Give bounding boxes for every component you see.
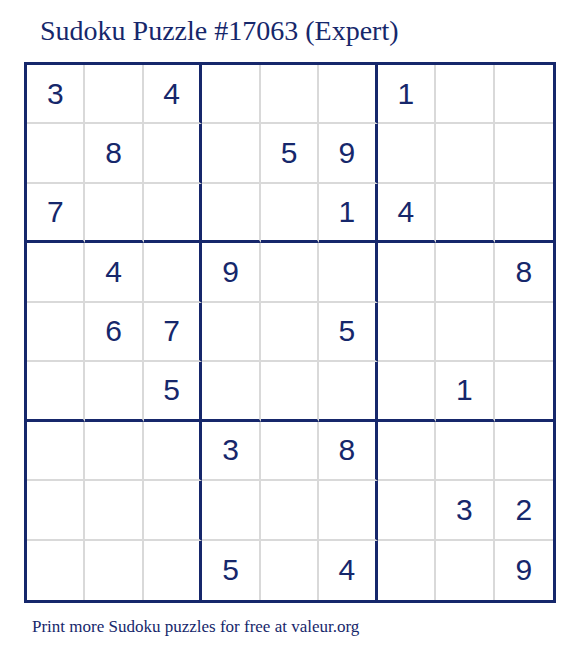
cell-r1c1: 3 [27, 65, 85, 124]
cell-r8c1 [27, 481, 85, 540]
cell-r1c8 [436, 65, 494, 124]
cell-r9c3 [144, 541, 202, 600]
cell-r4c5 [261, 243, 319, 302]
cell-r4c2: 4 [85, 243, 143, 302]
footer-text: Print more Sudoku puzzles for free at va… [32, 617, 359, 637]
cell-r9c8 [436, 541, 494, 600]
cell-r4c3 [144, 243, 202, 302]
cell-r9c2 [85, 541, 143, 600]
cell-r7c2 [85, 422, 143, 481]
page-title: Sudoku Puzzle #17063 (Expert) [40, 14, 399, 48]
cell-r8c8: 3 [436, 481, 494, 540]
cell-r6c1 [27, 362, 85, 421]
cell-r7c1 [27, 422, 85, 481]
cell-r5c5 [261, 303, 319, 362]
cell-r5c7 [378, 303, 436, 362]
cell-r9c6: 4 [319, 541, 377, 600]
cell-r7c4: 3 [202, 422, 260, 481]
cell-r2c7 [378, 124, 436, 183]
cell-r5c1 [27, 303, 85, 362]
cell-r4c6 [319, 243, 377, 302]
cell-r1c5 [261, 65, 319, 124]
cell-r3c7: 4 [378, 184, 436, 243]
cell-r6c4 [202, 362, 260, 421]
cell-r1c2 [85, 65, 143, 124]
cell-r5c9 [495, 303, 553, 362]
cell-r8c2 [85, 481, 143, 540]
cell-r6c9 [495, 362, 553, 421]
cell-r3c4 [202, 184, 260, 243]
cell-r6c5 [261, 362, 319, 421]
cell-r3c2 [85, 184, 143, 243]
cell-r8c7 [378, 481, 436, 540]
cell-r1c7: 1 [378, 65, 436, 124]
cell-r2c1 [27, 124, 85, 183]
cell-r7c8 [436, 422, 494, 481]
cell-r3c5 [261, 184, 319, 243]
cell-r6c2 [85, 362, 143, 421]
cell-r2c6: 9 [319, 124, 377, 183]
cell-r8c6 [319, 481, 377, 540]
sudoku-board: 341859714498675513832549 [24, 62, 556, 603]
cell-r9c9: 9 [495, 541, 553, 600]
cell-r1c9 [495, 65, 553, 124]
cell-r1c3: 4 [144, 65, 202, 124]
cell-r9c1 [27, 541, 85, 600]
cell-r4c7 [378, 243, 436, 302]
cell-r8c9: 2 [495, 481, 553, 540]
cell-r2c8 [436, 124, 494, 183]
cell-r7c7 [378, 422, 436, 481]
cell-r6c7 [378, 362, 436, 421]
cell-r6c8: 1 [436, 362, 494, 421]
sudoku-page: Sudoku Puzzle #17063 (Expert) 3418597144… [0, 0, 580, 651]
cell-r4c4: 9 [202, 243, 260, 302]
cell-r7c9 [495, 422, 553, 481]
cell-r3c9 [495, 184, 553, 243]
cell-r2c5: 5 [261, 124, 319, 183]
cell-r7c6: 8 [319, 422, 377, 481]
cell-r5c6: 5 [319, 303, 377, 362]
cell-r2c2: 8 [85, 124, 143, 183]
cell-r1c6 [319, 65, 377, 124]
cell-r5c3: 7 [144, 303, 202, 362]
cell-r2c9 [495, 124, 553, 183]
cell-r5c8 [436, 303, 494, 362]
cell-r8c5 [261, 481, 319, 540]
cell-r9c7 [378, 541, 436, 600]
cell-r6c3: 5 [144, 362, 202, 421]
cell-r1c4 [202, 65, 260, 124]
cell-r4c8 [436, 243, 494, 302]
cell-r2c3 [144, 124, 202, 183]
cell-r3c3 [144, 184, 202, 243]
cell-r8c4 [202, 481, 260, 540]
cell-r7c3 [144, 422, 202, 481]
cell-r4c9: 8 [495, 243, 553, 302]
cell-r5c2: 6 [85, 303, 143, 362]
cell-r7c5 [261, 422, 319, 481]
cell-r3c8 [436, 184, 494, 243]
cell-r9c5 [261, 541, 319, 600]
cell-r9c4: 5 [202, 541, 260, 600]
cell-r6c6 [319, 362, 377, 421]
cell-r8c3 [144, 481, 202, 540]
cell-r2c4 [202, 124, 260, 183]
cell-r3c6: 1 [319, 184, 377, 243]
cell-r4c1 [27, 243, 85, 302]
cell-r3c1: 7 [27, 184, 85, 243]
cell-r5c4 [202, 303, 260, 362]
